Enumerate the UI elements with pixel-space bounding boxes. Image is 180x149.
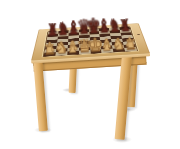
square-h7: ♟ <box>119 29 130 32</box>
dark-pawn-a7: ♟ <box>46 26 57 37</box>
dark-pawn-c7: ♟ <box>67 24 78 35</box>
light-knight-b1: ♞ <box>53 41 67 55</box>
table-assembly: ♜♞♝♛♚♝♞♜♟♟♟♟♟♟♟♟♟♟♟♟♟♟♟♟♜♞♝♛♚♝♞♜ <box>0 0 180 149</box>
square-b7: ♟ <box>57 33 68 36</box>
chess-table-photo: ♜♞♝♛♚♝♞♜♟♟♟♟♟♟♟♟♟♟♟♟♟♟♟♟♜♞♝♛♚♝♞♜ <box>0 0 180 149</box>
chessboard: ♜♞♝♛♚♝♞♜♟♟♟♟♟♟♟♟♟♟♟♟♟♟♟♟♜♞♝♛♚♝♞♜ <box>42 26 137 56</box>
dark-pawn-b7: ♟ <box>57 25 68 36</box>
square-b1: ♞ <box>55 51 67 55</box>
dark-pawn-h7: ♟ <box>120 21 131 32</box>
square-c1: ♝ <box>67 50 79 54</box>
square-a1: ♜ <box>43 52 55 56</box>
square-g1: ♞ <box>112 48 124 52</box>
tabletop-3d-wrapper: ♜♞♝♛♚♝♞♜♟♟♟♟♟♟♟♟♟♟♟♟♟♟♟♟♜♞♝♛♚♝♞♜ <box>23 0 149 60</box>
square-a7: ♟ <box>47 33 58 36</box>
light-knight-g1: ♞ <box>111 37 125 51</box>
dark-pawn-f7: ♟ <box>99 22 110 33</box>
square-g7: ♟ <box>109 30 120 33</box>
dark-pawn-g7: ♟ <box>109 22 120 33</box>
square-f1: ♝ <box>101 48 113 52</box>
frame-knot <box>137 33 140 34</box>
